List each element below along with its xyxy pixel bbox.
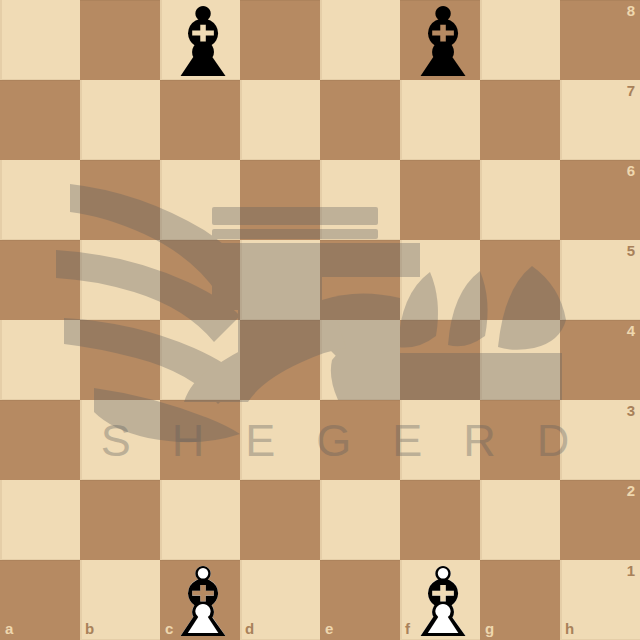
black-bishop-f8[interactable]: ♝ bbox=[400, 0, 480, 80]
square-d2[interactable] bbox=[240, 480, 320, 560]
square-c8[interactable]: ♝ bbox=[160, 0, 240, 80]
square-a1[interactable]: a bbox=[0, 560, 80, 640]
square-b2[interactable] bbox=[80, 480, 160, 560]
square-g2[interactable] bbox=[480, 480, 560, 560]
square-h5[interactable]: 5 bbox=[560, 240, 640, 320]
file-label-e: e bbox=[325, 621, 333, 636]
square-c4[interactable] bbox=[160, 320, 240, 400]
square-g3[interactable] bbox=[480, 400, 560, 480]
square-a4[interactable] bbox=[0, 320, 80, 400]
square-e8[interactable] bbox=[320, 0, 400, 80]
rank-label-6: 6 bbox=[627, 163, 635, 178]
square-h7[interactable]: 7 bbox=[560, 80, 640, 160]
square-e4[interactable] bbox=[320, 320, 400, 400]
square-g6[interactable] bbox=[480, 160, 560, 240]
square-e2[interactable] bbox=[320, 480, 400, 560]
square-h6[interactable]: 6 bbox=[560, 160, 640, 240]
square-g5[interactable] bbox=[480, 240, 560, 320]
square-d1[interactable]: d bbox=[240, 560, 320, 640]
square-g4[interactable] bbox=[480, 320, 560, 400]
square-d6[interactable] bbox=[240, 160, 320, 240]
square-e5[interactable] bbox=[320, 240, 400, 320]
file-label-g: g bbox=[485, 621, 494, 636]
square-c5[interactable] bbox=[160, 240, 240, 320]
square-e1[interactable]: e bbox=[320, 560, 400, 640]
white-bishop-c1[interactable]: ♝♗ bbox=[160, 560, 240, 640]
square-f3[interactable] bbox=[400, 400, 480, 480]
square-e3[interactable] bbox=[320, 400, 400, 480]
square-e7[interactable] bbox=[320, 80, 400, 160]
rank-label-2: 2 bbox=[627, 483, 635, 498]
black-bishop-c8[interactable]: ♝ bbox=[160, 0, 240, 80]
square-h4[interactable]: 4 bbox=[560, 320, 640, 400]
square-d7[interactable] bbox=[240, 80, 320, 160]
rank-label-5: 5 bbox=[627, 243, 635, 258]
rank-label-4: 4 bbox=[627, 323, 635, 338]
square-b6[interactable] bbox=[80, 160, 160, 240]
square-c6[interactable] bbox=[160, 160, 240, 240]
square-d8[interactable] bbox=[240, 0, 320, 80]
rank-label-1: 1 bbox=[627, 563, 635, 578]
chess-board: ♝♝8765432abc♝♗def♝♗g1h bbox=[0, 0, 640, 640]
square-h3[interactable]: 3 bbox=[560, 400, 640, 480]
square-b3[interactable] bbox=[80, 400, 160, 480]
rank-label-3: 3 bbox=[627, 403, 635, 418]
square-d5[interactable] bbox=[240, 240, 320, 320]
square-a5[interactable] bbox=[0, 240, 80, 320]
square-c3[interactable] bbox=[160, 400, 240, 480]
square-h8[interactable]: 8 bbox=[560, 0, 640, 80]
rank-label-7: 7 bbox=[627, 83, 635, 98]
chess-app: ♝♝8765432abc♝♗def♝♗g1h SHEGERD bbox=[0, 0, 640, 640]
square-h1[interactable]: 1h bbox=[560, 560, 640, 640]
file-label-d: d bbox=[245, 621, 254, 636]
square-f1[interactable]: f♝♗ bbox=[400, 560, 480, 640]
rank-label-8: 8 bbox=[627, 3, 635, 18]
file-label-a: a bbox=[5, 621, 13, 636]
square-f4[interactable] bbox=[400, 320, 480, 400]
square-d3[interactable] bbox=[240, 400, 320, 480]
square-f5[interactable] bbox=[400, 240, 480, 320]
file-label-h: h bbox=[565, 621, 574, 636]
square-a8[interactable] bbox=[0, 0, 80, 80]
square-a2[interactable] bbox=[0, 480, 80, 560]
square-b8[interactable] bbox=[80, 0, 160, 80]
square-a3[interactable] bbox=[0, 400, 80, 480]
square-e6[interactable] bbox=[320, 160, 400, 240]
square-g7[interactable] bbox=[480, 80, 560, 160]
white-bishop-f1[interactable]: ♝♗ bbox=[400, 560, 480, 640]
square-h2[interactable]: 2 bbox=[560, 480, 640, 560]
square-b7[interactable] bbox=[80, 80, 160, 160]
file-label-b: b bbox=[85, 621, 94, 636]
square-d4[interactable] bbox=[240, 320, 320, 400]
square-c1[interactable]: c♝♗ bbox=[160, 560, 240, 640]
square-b1[interactable]: b bbox=[80, 560, 160, 640]
square-f8[interactable]: ♝ bbox=[400, 0, 480, 80]
square-a7[interactable] bbox=[0, 80, 80, 160]
square-b5[interactable] bbox=[80, 240, 160, 320]
square-f6[interactable] bbox=[400, 160, 480, 240]
square-b4[interactable] bbox=[80, 320, 160, 400]
square-g1[interactable]: g bbox=[480, 560, 560, 640]
square-a6[interactable] bbox=[0, 160, 80, 240]
square-g8[interactable] bbox=[480, 0, 560, 80]
